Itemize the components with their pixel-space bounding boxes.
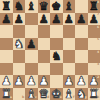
piece-black-pawn[interactable]: ♟	[76, 13, 86, 25]
square-c5[interactable]: ♟	[25, 38, 38, 51]
square-a4[interactable]	[0, 50, 13, 63]
square-e3[interactable]	[50, 63, 63, 76]
square-e8[interactable]: ♚	[50, 0, 63, 13]
square-f6[interactable]	[63, 25, 76, 38]
square-e5[interactable]	[50, 38, 63, 51]
square-f8[interactable]: ♝	[63, 0, 76, 13]
piece-black-pawn[interactable]: ♟	[89, 13, 99, 25]
square-h8[interactable]: ♜8	[88, 0, 101, 13]
square-a7[interactable]: ♟	[0, 13, 13, 26]
piece-black-pawn[interactable]: ♟	[14, 13, 24, 25]
piece-white-rook[interactable]: ♜	[89, 88, 99, 100]
square-b2[interactable]: ♟	[13, 75, 26, 88]
square-b6[interactable]	[13, 25, 26, 38]
square-h4[interactable]: 4	[88, 50, 101, 63]
piece-black-rook[interactable]: ♜	[89, 0, 99, 12]
piece-white-knight[interactable]: ♞	[76, 88, 86, 100]
square-h6[interactable]: 6	[88, 25, 101, 38]
square-g5[interactable]	[75, 38, 88, 51]
coord-file-b: b	[22, 96, 24, 99]
square-a3[interactable]	[0, 63, 13, 76]
piece-black-pawn[interactable]: ♟	[39, 13, 49, 25]
square-c2[interactable]: ♟	[25, 75, 38, 88]
square-g8[interactable]	[75, 0, 88, 13]
square-h2[interactable]: ♟2	[88, 75, 101, 88]
coord-rank-3: 3	[97, 63, 99, 66]
square-f1[interactable]: ♝f	[63, 88, 76, 101]
square-c3[interactable]	[25, 63, 38, 76]
square-d7[interactable]: ♟	[38, 13, 51, 26]
square-d5[interactable]	[38, 38, 51, 51]
square-d4[interactable]	[38, 50, 51, 63]
square-f5[interactable]	[63, 38, 76, 51]
square-b7[interactable]: ♟	[13, 13, 26, 26]
square-h3[interactable]: 3	[88, 63, 101, 76]
piece-black-pawn[interactable]: ♟	[1, 13, 11, 25]
square-e1[interactable]: ♚e	[50, 88, 63, 101]
piece-black-knight[interactable]: ♞	[51, 50, 61, 62]
square-h1[interactable]: ♜1h	[88, 88, 101, 101]
square-g1[interactable]: ♞g	[75, 88, 88, 101]
square-a6[interactable]	[0, 25, 13, 38]
square-g3[interactable]	[75, 63, 88, 76]
square-c8[interactable]: ♝	[25, 0, 38, 13]
piece-black-queen[interactable]: ♛	[39, 0, 49, 12]
square-g7[interactable]: ♟	[75, 13, 88, 26]
square-c7[interactable]	[25, 13, 38, 26]
piece-white-queen[interactable]: ♛	[39, 88, 49, 100]
coord-rank-5: 5	[97, 38, 99, 41]
piece-black-pawn[interactable]: ♟	[64, 13, 74, 25]
square-f3[interactable]	[63, 63, 76, 76]
piece-white-pawn[interactable]: ♟	[14, 75, 24, 87]
piece-white-knight[interactable]: ♞	[14, 38, 24, 50]
piece-black-pawn[interactable]: ♟	[51, 13, 61, 25]
square-d2[interactable]: ♟	[38, 75, 51, 88]
square-d3[interactable]	[38, 63, 51, 76]
square-a1[interactable]: ♜a	[0, 88, 13, 101]
square-b3[interactable]	[13, 63, 26, 76]
coord-rank-4: 4	[97, 51, 99, 54]
square-a5[interactable]	[0, 38, 13, 51]
square-f2[interactable]: ♟	[63, 75, 76, 88]
coord-rank-6: 6	[97, 26, 99, 29]
piece-black-bishop[interactable]: ♝	[64, 0, 74, 12]
square-c1[interactable]: ♝c	[25, 88, 38, 101]
piece-white-pawn[interactable]: ♟	[76, 75, 86, 87]
piece-white-king[interactable]: ♚	[51, 88, 61, 100]
piece-white-bishop[interactable]: ♝	[26, 88, 36, 100]
piece-white-bishop[interactable]: ♝	[64, 88, 74, 100]
piece-black-rook[interactable]: ♜	[1, 0, 11, 12]
square-a8[interactable]: ♜	[0, 0, 13, 13]
square-g2[interactable]: ♟	[75, 75, 88, 88]
square-h5[interactable]: 5	[88, 38, 101, 51]
square-g6[interactable]	[75, 25, 88, 38]
square-e6[interactable]	[50, 25, 63, 38]
square-c6[interactable]	[25, 25, 38, 38]
piece-black-bishop[interactable]: ♝	[26, 0, 36, 12]
square-f7[interactable]: ♟	[63, 13, 76, 26]
chess-board: ♜♞♝♛♚♝♜8♟♟♟♟♟♟♟76♞♟5♞43♟♟♟♟♟♟♟2♜ab♝c♛d♚e…	[0, 0, 100, 100]
piece-white-pawn[interactable]: ♟	[64, 75, 74, 87]
piece-white-pawn[interactable]: ♟	[89, 75, 99, 87]
piece-black-knight[interactable]: ♞	[14, 0, 24, 12]
square-e4[interactable]: ♞	[50, 50, 63, 63]
square-g4[interactable]	[75, 50, 88, 63]
square-e2[interactable]	[50, 75, 63, 88]
square-b1[interactable]: b	[13, 88, 26, 101]
square-c4[interactable]	[25, 50, 38, 63]
piece-black-king[interactable]: ♚	[51, 0, 61, 12]
piece-white-pawn[interactable]: ♟	[1, 75, 11, 87]
square-b8[interactable]: ♞	[13, 0, 26, 13]
square-b4[interactable]	[13, 50, 26, 63]
square-a2[interactable]: ♟	[0, 75, 13, 88]
square-d1[interactable]: ♛d	[38, 88, 51, 101]
square-h7[interactable]: ♟7	[88, 13, 101, 26]
piece-black-pawn[interactable]: ♟	[26, 38, 36, 50]
square-d6[interactable]	[38, 25, 51, 38]
piece-white-rook[interactable]: ♜	[1, 88, 11, 100]
square-b5[interactable]: ♞	[13, 38, 26, 51]
square-d8[interactable]: ♛	[38, 0, 51, 13]
piece-white-pawn[interactable]: ♟	[39, 75, 49, 87]
square-f4[interactable]	[63, 50, 76, 63]
square-e7[interactable]: ♟	[50, 13, 63, 26]
piece-white-pawn[interactable]: ♟	[26, 75, 36, 87]
